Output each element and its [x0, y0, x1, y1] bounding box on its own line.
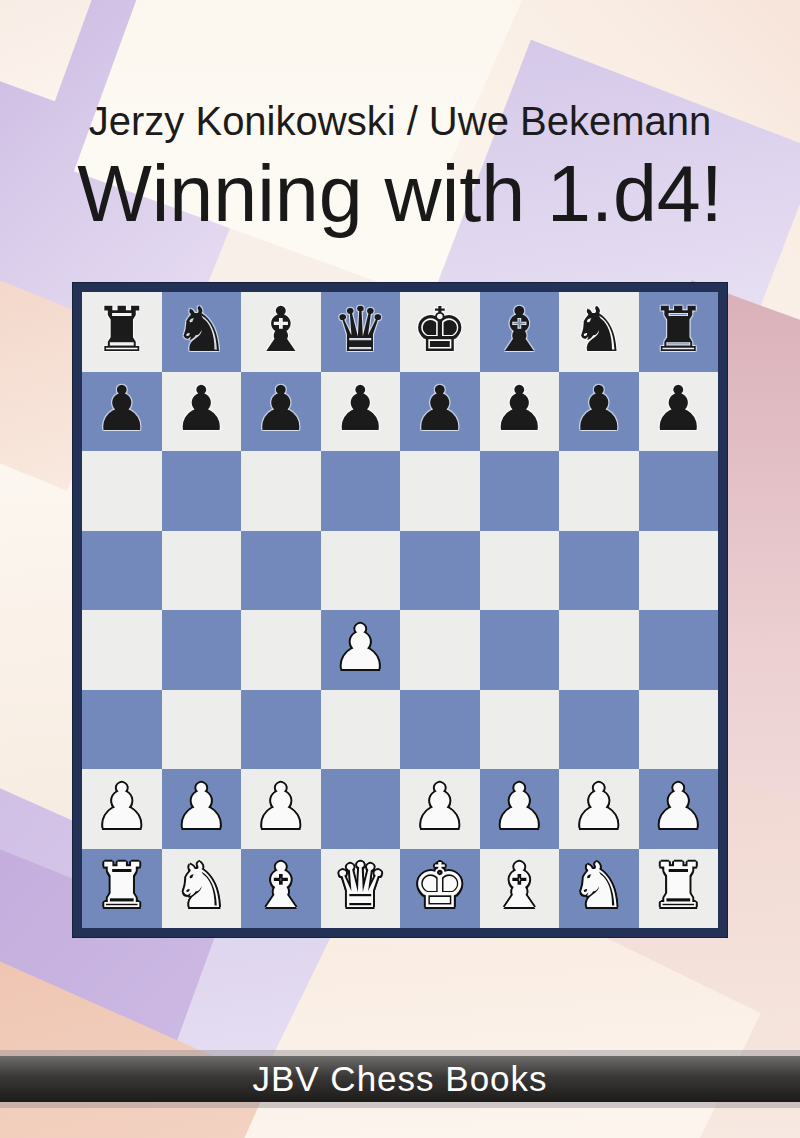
piece-white-bishop: ♝: [491, 855, 547, 917]
square-g3: [559, 690, 639, 770]
square-h2: ♟: [639, 769, 719, 849]
square-f6: [480, 451, 560, 531]
square-g7: ♟: [559, 372, 639, 452]
piece-white-pawn: ♟: [332, 617, 388, 679]
square-g4: [559, 610, 639, 690]
book-cover: Jerzy Konikowski / Uwe Bekemann Winning …: [0, 0, 800, 1138]
square-f7: ♟: [480, 372, 560, 452]
square-e8: ♚: [400, 292, 480, 372]
square-h8: ♜: [639, 292, 719, 372]
square-f1: ♝: [480, 849, 560, 929]
square-f5: [480, 531, 560, 611]
square-e3: [400, 690, 480, 770]
square-b2: ♟: [162, 769, 242, 849]
square-d3: [321, 690, 401, 770]
square-a2: ♟: [82, 769, 162, 849]
square-a7: ♟: [82, 372, 162, 452]
piece-black-pawn: ♟: [332, 378, 388, 440]
square-h6: [639, 451, 719, 531]
square-b6: [162, 451, 242, 531]
square-f4: [480, 610, 560, 690]
piece-black-bishop: ♝: [253, 299, 309, 361]
piece-white-knight: ♞: [571, 855, 627, 917]
square-b4: [162, 610, 242, 690]
square-g6: [559, 451, 639, 531]
square-h1: ♜: [639, 849, 719, 929]
square-c2: ♟: [241, 769, 321, 849]
square-d7: ♟: [321, 372, 401, 452]
square-c8: ♝: [241, 292, 321, 372]
square-c1: ♝: [241, 849, 321, 929]
square-d4: ♟: [321, 610, 401, 690]
square-g5: [559, 531, 639, 611]
square-a8: ♜: [82, 292, 162, 372]
piece-white-pawn: ♟: [94, 776, 150, 838]
square-g8: ♞: [559, 292, 639, 372]
square-d2: [321, 769, 401, 849]
piece-white-pawn: ♟: [491, 776, 547, 838]
square-e5: [400, 531, 480, 611]
square-e6: [400, 451, 480, 531]
piece-black-pawn: ♟: [571, 378, 627, 440]
square-e1: ♚: [400, 849, 480, 929]
piece-black-pawn: ♟: [650, 378, 706, 440]
square-d1: ♛: [321, 849, 401, 929]
square-a5: [82, 531, 162, 611]
square-h4: [639, 610, 719, 690]
square-b5: [162, 531, 242, 611]
piece-white-knight: ♞: [173, 855, 229, 917]
square-a1: ♜: [82, 849, 162, 929]
square-b1: ♞: [162, 849, 242, 929]
square-e7: ♟: [400, 372, 480, 452]
piece-black-pawn: ♟: [94, 378, 150, 440]
piece-black-pawn: ♟: [491, 378, 547, 440]
square-d5: [321, 531, 401, 611]
square-c5: [241, 531, 321, 611]
square-a6: [82, 451, 162, 531]
piece-white-rook: ♜: [650, 855, 706, 917]
chess-board: ♜♞♝♛♚♝♞♜♟♟♟♟♟♟♟♟♟♟♟♟♟♟♟♟♜♞♝♛♚♝♞♜: [73, 283, 727, 937]
square-g1: ♞: [559, 849, 639, 929]
piece-white-pawn: ♟: [173, 776, 229, 838]
square-f8: ♝: [480, 292, 560, 372]
piece-white-pawn: ♟: [650, 776, 706, 838]
piece-white-pawn: ♟: [253, 776, 309, 838]
square-f2: ♟: [480, 769, 560, 849]
square-e4: [400, 610, 480, 690]
square-a4: [82, 610, 162, 690]
square-c4: [241, 610, 321, 690]
piece-black-knight: ♞: [173, 299, 229, 361]
piece-black-pawn: ♟: [173, 378, 229, 440]
piece-white-queen: ♛: [332, 855, 388, 917]
piece-white-king: ♚: [412, 855, 468, 917]
publisher-label: JBV Chess Books: [252, 1059, 547, 1099]
square-c6: [241, 451, 321, 531]
piece-black-pawn: ♟: [253, 378, 309, 440]
square-d6: [321, 451, 401, 531]
piece-black-king: ♚: [412, 299, 468, 361]
piece-black-rook: ♜: [94, 299, 150, 361]
piece-black-queen: ♛: [332, 299, 388, 361]
piece-white-pawn: ♟: [412, 776, 468, 838]
square-c3: [241, 690, 321, 770]
square-e2: ♟: [400, 769, 480, 849]
square-h7: ♟: [639, 372, 719, 452]
publisher-banner: JBV Chess Books: [0, 1056, 800, 1102]
square-a3: [82, 690, 162, 770]
piece-black-bishop: ♝: [491, 299, 547, 361]
square-g2: ♟: [559, 769, 639, 849]
piece-black-knight: ♞: [571, 299, 627, 361]
authors-line: Jerzy Konikowski / Uwe Bekemann: [0, 99, 800, 144]
square-b7: ♟: [162, 372, 242, 452]
piece-black-pawn: ♟: [412, 378, 468, 440]
piece-white-bishop: ♝: [253, 855, 309, 917]
square-b3: [162, 690, 242, 770]
square-d8: ♛: [321, 292, 401, 372]
square-h3: [639, 690, 719, 770]
piece-black-rook: ♜: [650, 299, 706, 361]
square-h5: [639, 531, 719, 611]
square-c7: ♟: [241, 372, 321, 452]
piece-white-pawn: ♟: [571, 776, 627, 838]
piece-white-rook: ♜: [94, 855, 150, 917]
book-title: Winning with 1.d4!: [0, 148, 800, 240]
square-b8: ♞: [162, 292, 242, 372]
square-f3: [480, 690, 560, 770]
